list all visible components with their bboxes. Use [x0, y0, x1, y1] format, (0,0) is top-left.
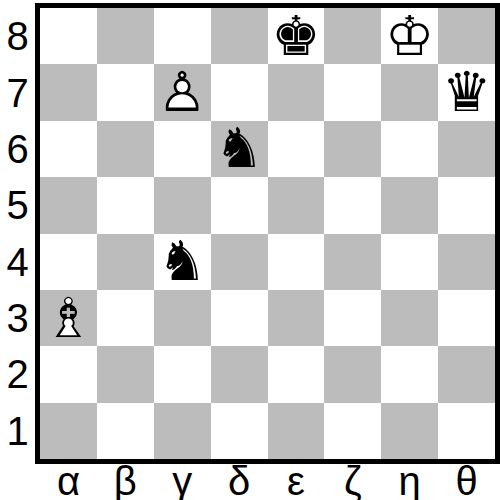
square-b7[interactable] [97, 64, 154, 120]
square-h1[interactable] [438, 403, 495, 459]
file-label-g: η [381, 462, 438, 500]
square-a7[interactable] [40, 64, 97, 120]
square-g8[interactable]: ♚♔ [381, 8, 438, 64]
square-f2[interactable] [324, 346, 381, 402]
square-a8[interactable] [40, 8, 97, 64]
rank-label-3: 3 [0, 290, 35, 346]
square-h4[interactable] [438, 234, 495, 290]
square-h8[interactable] [438, 8, 495, 64]
square-b4[interactable] [97, 234, 154, 290]
square-h3[interactable] [438, 290, 495, 346]
square-f1[interactable] [324, 403, 381, 459]
rank-label-7: 7 [0, 64, 35, 120]
square-h2[interactable] [438, 346, 495, 402]
square-e5[interactable] [268, 177, 325, 233]
black-knight-piece[interactable]: ♞ [158, 234, 207, 289]
piece-glyph: ♔ [385, 4, 434, 68]
piece-glyph: ♞ [158, 229, 207, 293]
square-g4[interactable] [381, 234, 438, 290]
square-b5[interactable] [97, 177, 154, 233]
file-label-e: ε [268, 462, 325, 500]
square-c4[interactable]: ♞ [154, 234, 211, 290]
square-g1[interactable] [381, 403, 438, 459]
square-h6[interactable] [438, 121, 495, 177]
square-b6[interactable] [97, 121, 154, 177]
black-knight-piece[interactable]: ♞ [214, 121, 263, 176]
square-f3[interactable] [324, 290, 381, 346]
rank-label-1: 1 [0, 403, 35, 459]
square-c5[interactable] [154, 177, 211, 233]
square-a2[interactable] [40, 346, 97, 402]
square-b2[interactable] [97, 346, 154, 402]
square-d7[interactable] [211, 64, 268, 120]
piece-glyph: ♛ [442, 60, 491, 124]
chess-diagram: 87654321 ♚♚♔♟♙♛♞♞♝♗ αβγδεζηθ [0, 0, 500, 500]
square-c7[interactable]: ♟♙ [154, 64, 211, 120]
rank-label-5: 5 [0, 177, 35, 233]
file-label-a: α [40, 462, 97, 500]
square-f4[interactable] [324, 234, 381, 290]
square-a4[interactable] [40, 234, 97, 290]
square-e2[interactable] [268, 346, 325, 402]
file-label-f: ζ [324, 462, 381, 500]
square-b3[interactable] [97, 290, 154, 346]
square-d1[interactable] [211, 403, 268, 459]
file-label-h: θ [438, 462, 495, 500]
square-e7[interactable] [268, 64, 325, 120]
square-a6[interactable] [40, 121, 97, 177]
square-a3[interactable]: ♝♗ [40, 290, 97, 346]
square-d8[interactable] [211, 8, 268, 64]
white-king-piece[interactable]: ♚♔ [385, 9, 434, 64]
square-e8[interactable]: ♚ [268, 8, 325, 64]
file-label-d: δ [211, 462, 268, 500]
square-d4[interactable] [211, 234, 268, 290]
square-d3[interactable] [211, 290, 268, 346]
square-g6[interactable] [381, 121, 438, 177]
square-c6[interactable] [154, 121, 211, 177]
file-label-b: β [97, 462, 154, 500]
square-g2[interactable] [381, 346, 438, 402]
square-d5[interactable] [211, 177, 268, 233]
piece-glyph: ♗ [44, 286, 93, 350]
square-c3[interactable] [154, 290, 211, 346]
white-pawn-piece[interactable]: ♟♙ [158, 65, 207, 120]
rank-label-8: 8 [0, 8, 35, 64]
square-b8[interactable] [97, 8, 154, 64]
square-f5[interactable] [324, 177, 381, 233]
piece-glyph: ♞ [214, 116, 263, 180]
square-g7[interactable] [381, 64, 438, 120]
square-f7[interactable] [324, 64, 381, 120]
black-queen-piece[interactable]: ♛ [442, 65, 491, 120]
square-c8[interactable] [154, 8, 211, 64]
rank-label-6: 6 [0, 121, 35, 177]
square-h5[interactable] [438, 177, 495, 233]
black-king-piece[interactable]: ♚ [271, 9, 320, 64]
square-g5[interactable] [381, 177, 438, 233]
square-c1[interactable] [154, 403, 211, 459]
rank-labels: 87654321 [0, 8, 35, 459]
square-f6[interactable] [324, 121, 381, 177]
square-a5[interactable] [40, 177, 97, 233]
square-a1[interactable] [40, 403, 97, 459]
piece-glyph: ♚ [271, 4, 320, 68]
square-b1[interactable] [97, 403, 154, 459]
piece-glyph: ♙ [158, 60, 207, 124]
square-e1[interactable] [268, 403, 325, 459]
square-g3[interactable] [381, 290, 438, 346]
rank-label-4: 4 [0, 234, 35, 290]
file-labels: αβγδεζηθ [40, 462, 495, 500]
white-bishop-piece[interactable]: ♝♗ [44, 291, 93, 346]
chess-board: ♚♚♔♟♙♛♞♞♝♗ [35, 3, 500, 464]
square-d2[interactable] [211, 346, 268, 402]
square-c2[interactable] [154, 346, 211, 402]
square-f8[interactable] [324, 8, 381, 64]
rank-label-2: 2 [0, 346, 35, 402]
file-label-c: γ [154, 462, 211, 500]
square-e4[interactable] [268, 234, 325, 290]
square-d6[interactable]: ♞ [211, 121, 268, 177]
square-h7[interactable]: ♛ [438, 64, 495, 120]
square-e3[interactable] [268, 290, 325, 346]
square-e6[interactable] [268, 121, 325, 177]
